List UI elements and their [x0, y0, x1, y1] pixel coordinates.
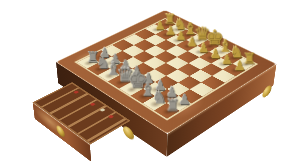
photo-canvas: ♜♟♟♜♞♟♟♞♝♟♟♝♛♟♟♛♚♟♟♚♝♟♟♝♞♟♟♞♜♟♟♜	[0, 0, 290, 162]
box-foot-left	[123, 124, 134, 142]
chess-box: ♜♟♟♜♞♟♟♞♝♟♟♝♛♟♟♛♚♟♟♚♝♟♟♝♞♟♟♞♜♟♟♜	[56, 10, 277, 134]
scene: ♜♟♟♜♞♟♟♞♝♟♟♝♛♟♟♛♚♟♟♚♝♟♟♝♞♟♟♞♜♟♟♜	[0, 0, 290, 162]
piece-black-rook[interactable]: ♜	[164, 97, 182, 114]
piece-white-pawn[interactable]: ♟	[231, 59, 247, 72]
box-foot-right	[262, 83, 272, 99]
